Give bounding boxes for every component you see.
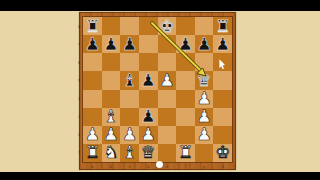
file-label-g: g xyxy=(200,164,208,169)
square-h1[interactable]: ♚ xyxy=(213,144,232,162)
piece-black-king[interactable]: ♚ xyxy=(159,17,174,34)
piece-black-pawn[interactable]: ♟ xyxy=(141,71,156,88)
piece-black-pawn[interactable]: ♟ xyxy=(215,35,230,52)
square-d8[interactable] xyxy=(139,17,158,35)
square-h5[interactable] xyxy=(213,71,232,89)
square-e4[interactable] xyxy=(158,90,177,108)
file-label-e: e xyxy=(163,164,171,169)
square-c1[interactable]: ♝ xyxy=(120,144,139,162)
rank-label-3: 3 xyxy=(75,114,83,119)
piece-white-bishop[interactable]: ♝ xyxy=(122,144,137,161)
square-e7[interactable] xyxy=(158,35,177,53)
piece-white-king[interactable]: ♚ xyxy=(215,144,230,161)
square-f1[interactable]: ♜ xyxy=(176,144,195,162)
piece-white-pawn[interactable]: ♟ xyxy=(196,126,211,143)
piece-white-rook[interactable]: ♜ xyxy=(85,144,100,161)
square-h4[interactable] xyxy=(213,90,232,108)
letterbox-bottom xyxy=(0,172,320,180)
piece-white-knight[interactable]: ♞ xyxy=(103,144,118,161)
square-b6[interactable] xyxy=(102,53,121,71)
rank-label-4: 4 xyxy=(75,96,83,101)
square-g2[interactable]: ♟ xyxy=(195,126,214,144)
piece-black-bishop[interactable]: ♝ xyxy=(122,71,137,88)
square-a5[interactable] xyxy=(83,71,102,89)
piece-black-rook[interactable]: ♜ xyxy=(215,17,230,34)
piece-black-pawn[interactable]: ♟ xyxy=(122,35,137,52)
piece-white-rook[interactable]: ♜ xyxy=(178,144,193,161)
rank-label-2: 2 xyxy=(75,132,83,137)
chess-board-frame: ♜♚♜♟♟♟♟♟♟♝♟♟♛♟♝♟♟♟♟♟♟♟♜♞♝♛♜♚ 8a7b6c5d4e3… xyxy=(79,12,236,170)
piece-black-pawn[interactable]: ♟ xyxy=(103,35,118,52)
file-label-a: a xyxy=(88,164,96,169)
square-h3[interactable] xyxy=(213,108,232,126)
square-b1[interactable]: ♞ xyxy=(102,144,121,162)
rank-label-1: 1 xyxy=(75,150,83,155)
piece-white-pawn[interactable]: ♟ xyxy=(103,126,118,143)
piece-white-pawn[interactable]: ♟ xyxy=(141,126,156,143)
file-label-f: f xyxy=(181,164,189,169)
square-c5[interactable]: ♝ xyxy=(120,71,139,89)
square-d7[interactable] xyxy=(139,35,158,53)
piece-black-rook[interactable]: ♜ xyxy=(85,17,100,34)
square-h7[interactable]: ♟ xyxy=(213,35,232,53)
square-e2[interactable] xyxy=(158,126,177,144)
piece-black-pawn[interactable]: ♟ xyxy=(196,35,211,52)
square-f4[interactable] xyxy=(176,90,195,108)
square-d1[interactable]: ♛ xyxy=(139,144,158,162)
app-background: ♜♚♜♟♟♟♟♟♟♝♟♟♛♟♝♟♟♟♟♟♟♟♜♞♝♛♜♚ 8a7b6c5d4e3… xyxy=(0,11,320,172)
file-label-h: h xyxy=(219,164,227,169)
piece-white-pawn[interactable]: ♟ xyxy=(85,126,100,143)
square-a7[interactable]: ♟ xyxy=(83,35,102,53)
piece-black-pawn[interactable]: ♟ xyxy=(85,35,100,52)
square-d5[interactable]: ♟ xyxy=(139,71,158,89)
square-f3[interactable] xyxy=(176,108,195,126)
square-b7[interactable]: ♟ xyxy=(102,35,121,53)
rank-label-5: 5 xyxy=(75,78,83,83)
square-f7[interactable]: ♟ xyxy=(176,35,195,53)
file-label-c: c xyxy=(126,164,134,169)
rank-label-7: 7 xyxy=(75,42,83,47)
piece-white-bishop[interactable]: ♝ xyxy=(103,108,118,125)
file-label-d: d xyxy=(144,164,152,169)
square-e8[interactable]: ♚ xyxy=(158,17,177,35)
piece-white-pawn[interactable]: ♟ xyxy=(159,71,174,88)
letterbox-top xyxy=(0,0,320,11)
rank-label-6: 6 xyxy=(75,60,83,65)
piece-white-queen[interactable]: ♛ xyxy=(141,144,156,161)
chess-board: ♜♚♜♟♟♟♟♟♟♝♟♟♛♟♝♟♟♟♟♟♟♟♜♞♝♛♜♚ xyxy=(83,17,232,162)
piece-black-queen[interactable]: ♛ xyxy=(196,71,211,88)
turn-indicator-dot xyxy=(156,161,163,168)
square-a1[interactable]: ♜ xyxy=(83,144,102,162)
square-b5[interactable] xyxy=(102,71,121,89)
piece-black-pawn[interactable]: ♟ xyxy=(178,35,193,52)
square-e5[interactable]: ♟ xyxy=(158,71,177,89)
square-a6[interactable] xyxy=(83,53,102,71)
rank-label-8: 8 xyxy=(75,24,83,29)
piece-white-pawn[interactable]: ♟ xyxy=(196,108,211,125)
square-f6[interactable] xyxy=(176,53,195,71)
piece-white-pawn[interactable]: ♟ xyxy=(196,90,211,107)
square-a4[interactable] xyxy=(83,90,102,108)
square-f5[interactable] xyxy=(176,71,195,89)
square-c7[interactable]: ♟ xyxy=(120,35,139,53)
piece-white-pawn[interactable]: ♟ xyxy=(122,126,137,143)
square-e3[interactable] xyxy=(158,108,177,126)
file-label-b: b xyxy=(107,164,115,169)
square-g1[interactable] xyxy=(195,144,214,162)
square-c4[interactable] xyxy=(120,90,139,108)
square-e1[interactable] xyxy=(158,144,177,162)
square-g7[interactable]: ♟ xyxy=(195,35,214,53)
piece-black-pawn[interactable]: ♟ xyxy=(141,108,156,125)
